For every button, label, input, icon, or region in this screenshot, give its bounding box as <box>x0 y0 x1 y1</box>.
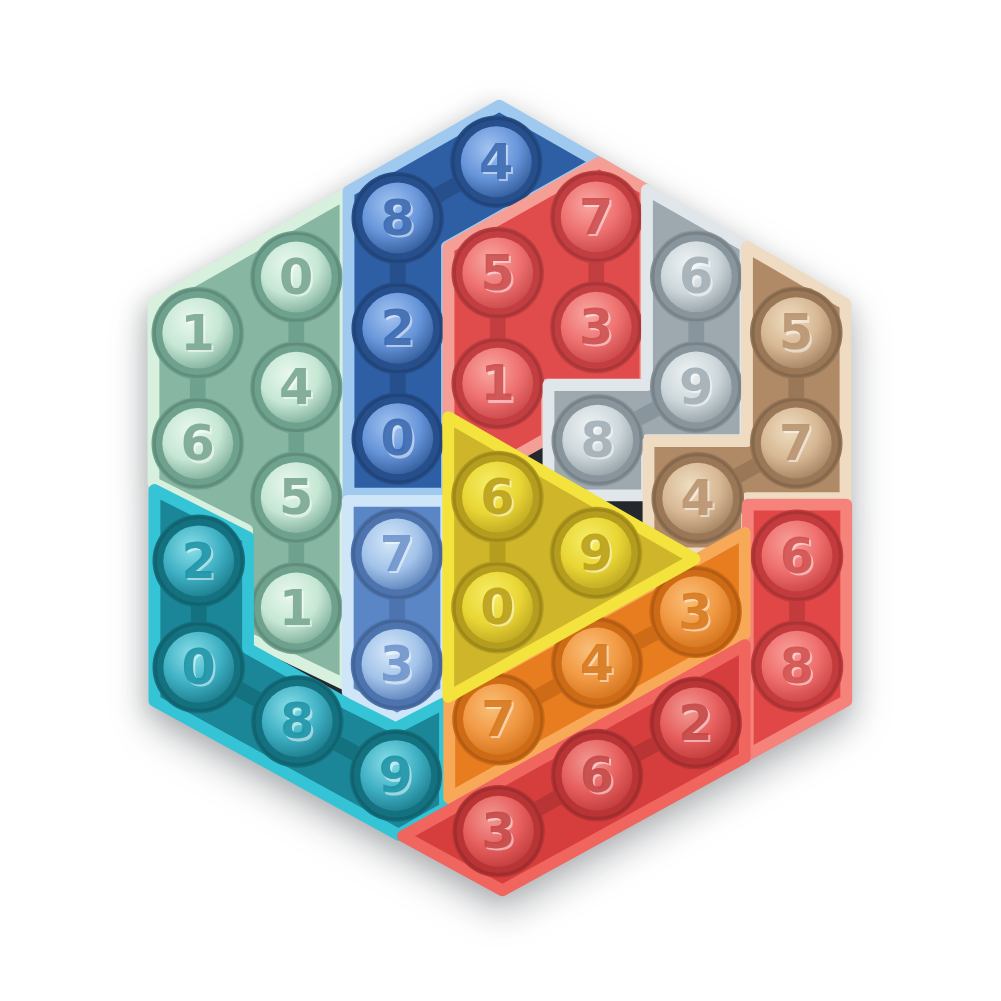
bubble-teal-0[interactable]: 22 <box>152 515 245 608</box>
product-photo-canvas: 1166004455118822004477332200889955117733… <box>0 0 1001 1001</box>
bubble-number: 0 <box>182 638 216 696</box>
bubble-mint-2[interactable]: 00 <box>250 231 343 324</box>
bubble-gray-1[interactable]: 66 <box>650 230 743 323</box>
bubble-number: 3 <box>579 298 613 356</box>
bubble-redtop-2[interactable]: 77 <box>550 171 643 264</box>
bubble-gray-2[interactable]: 99 <box>650 341 743 434</box>
bubble-number: 0 <box>279 248 313 306</box>
bubble-crimson-0[interactable]: 33 <box>452 785 545 878</box>
bubble-number: 1 <box>481 354 515 412</box>
bubble-number: 6 <box>679 247 713 305</box>
bubble-mint-4[interactable]: 55 <box>250 451 343 544</box>
bubble-number: 2 <box>678 694 712 752</box>
bubble-mint-5[interactable]: 11 <box>250 562 343 655</box>
bubble-number: 5 <box>779 303 813 361</box>
bubble-teal-3[interactable]: 99 <box>349 729 442 822</box>
bubble-tan-1[interactable]: 55 <box>750 286 843 379</box>
bubble-darkblue-3[interactable]: 44 <box>450 116 543 209</box>
bubble-number: 6 <box>480 468 514 526</box>
bubble-number: 0 <box>381 409 415 467</box>
bubble-tan-2[interactable]: 77 <box>750 397 843 490</box>
bubble-darkblue-2[interactable]: 00 <box>351 392 444 485</box>
bubble-number: 2 <box>381 299 415 357</box>
bubble-mint-3[interactable]: 44 <box>250 341 343 434</box>
bubble-number: 4 <box>279 358 313 416</box>
bubble-number: 4 <box>681 469 715 527</box>
bubble-number: 4 <box>580 634 614 692</box>
bubble-redtop-3[interactable]: 33 <box>550 281 643 374</box>
bubble-number: 6 <box>181 414 215 472</box>
bubble-number: 1 <box>181 304 215 362</box>
bubble-number: 3 <box>678 583 712 641</box>
bubble-number: 7 <box>481 690 515 748</box>
bubble-number: 6 <box>780 527 814 585</box>
bubble-redright-0[interactable]: 66 <box>751 510 844 603</box>
bubble-yellow-0[interactable]: 66 <box>451 451 544 544</box>
bubble-number: 3 <box>481 802 515 860</box>
bubble-yellow-2[interactable]: 99 <box>550 507 643 600</box>
bubble-number: 8 <box>780 637 814 695</box>
bubble-number: 8 <box>280 692 314 750</box>
bubble-mint-0[interactable]: 11 <box>151 287 244 380</box>
piece-lightblue[interactable]: 7733 <box>348 501 447 720</box>
bubble-yellow-1[interactable]: 00 <box>451 561 544 654</box>
bubble-number: 9 <box>579 524 613 582</box>
bubble-number: 7 <box>579 188 613 246</box>
pop-it-toy: 1166004455118822004477332200889955117733… <box>0 0 1001 1001</box>
bubble-number: 6 <box>580 746 614 804</box>
bubble-number: 9 <box>379 746 413 804</box>
bubble-tan-0[interactable]: 44 <box>651 452 744 545</box>
bubble-redtop-0[interactable]: 55 <box>451 227 544 320</box>
bubble-gray-0[interactable]: 88 <box>551 394 644 487</box>
bubble-number: 7 <box>779 414 813 472</box>
bubble-number: 2 <box>182 532 216 590</box>
bubble-number: 5 <box>481 244 515 302</box>
piece-redright[interactable]: 6688 <box>748 505 847 755</box>
bubble-darkblue-1[interactable]: 22 <box>351 282 444 375</box>
bubble-crimson-2[interactable]: 22 <box>649 677 742 770</box>
bubble-number: 1 <box>279 579 313 637</box>
bubble-number: 8 <box>381 189 415 247</box>
bubble-number: 5 <box>279 468 313 526</box>
bubble-teal-2[interactable]: 88 <box>251 675 344 768</box>
bubble-mint-1[interactable]: 66 <box>151 397 244 490</box>
bubble-redright-1[interactable]: 88 <box>751 620 844 713</box>
bubble-number: 4 <box>479 133 513 191</box>
bubble-number: 8 <box>581 411 615 469</box>
bubble-number: 7 <box>380 525 414 583</box>
bubble-lightblue-1[interactable]: 33 <box>351 618 444 711</box>
bubble-lightblue-0[interactable]: 77 <box>351 508 444 601</box>
bubble-number: 9 <box>679 358 713 416</box>
bubble-redtop-1[interactable]: 11 <box>451 337 544 430</box>
bubble-darkblue-0[interactable]: 88 <box>351 172 444 265</box>
bubble-teal-1[interactable]: 00 <box>152 621 245 714</box>
bubble-number: 3 <box>380 635 414 693</box>
bubble-crimson-1[interactable]: 66 <box>551 729 644 822</box>
bubble-number: 0 <box>480 578 514 636</box>
